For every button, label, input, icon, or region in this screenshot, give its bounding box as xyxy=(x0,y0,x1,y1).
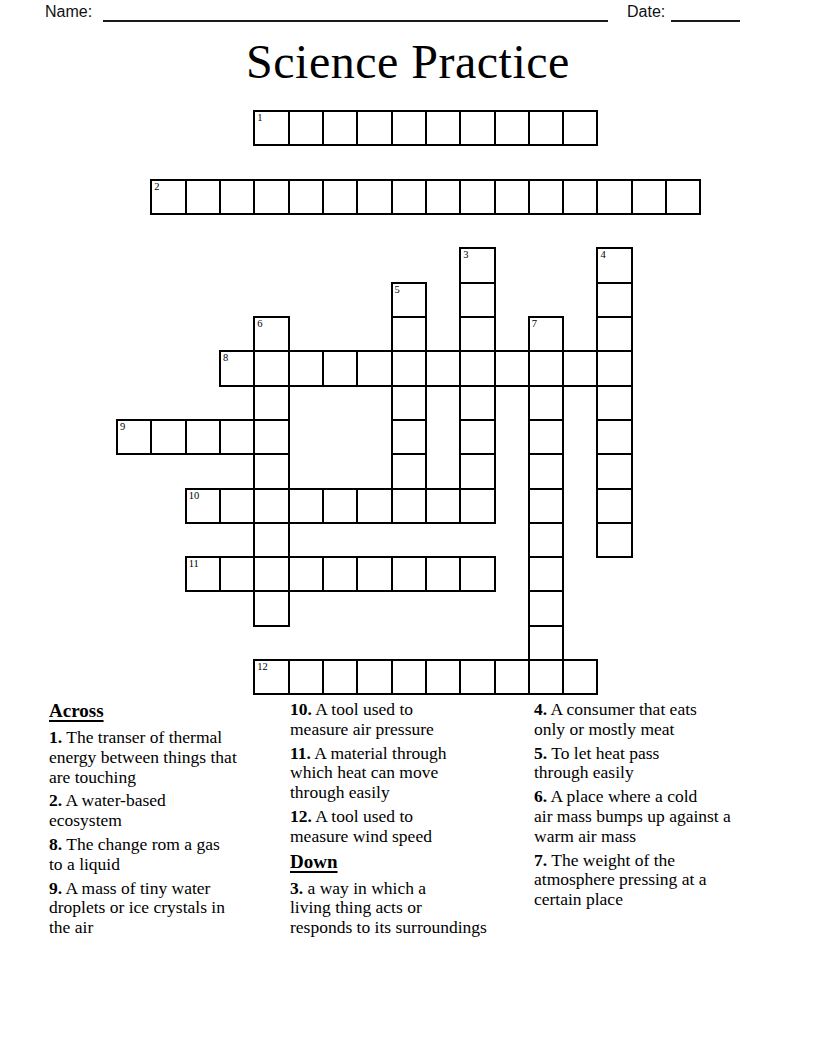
grid-cell[interactable] xyxy=(391,350,427,386)
clue-number-label: 1 xyxy=(257,112,262,123)
grid-cell[interactable] xyxy=(391,179,427,215)
grid-cell[interactable] xyxy=(528,453,564,489)
grid-cell[interactable] xyxy=(425,179,461,215)
grid-cell[interactable] xyxy=(219,179,255,215)
grid-cell[interactable] xyxy=(459,419,495,455)
grid-cell[interactable]: 9 xyxy=(116,419,152,455)
grid-cell[interactable] xyxy=(356,488,392,524)
grid-cell[interactable] xyxy=(459,179,495,215)
grid-cell[interactable] xyxy=(288,350,324,386)
clue-number: 2. xyxy=(49,790,62,810)
grid-cell[interactable] xyxy=(356,110,392,146)
clue-text: A consumer that eats only or mostly meat xyxy=(534,699,697,739)
clues-column-3: 4. A consumer that eats only or mostly m… xyxy=(534,700,789,914)
grid-cell[interactable] xyxy=(253,556,289,592)
clue-item-down-4: 4. A consumer that eats only or mostly m… xyxy=(534,700,789,740)
grid-cell[interactable] xyxy=(391,385,427,421)
grid-cell[interactable] xyxy=(185,179,221,215)
grid-cell[interactable] xyxy=(528,110,564,146)
grid-cell[interactable] xyxy=(288,556,324,592)
grid-cell[interactable] xyxy=(459,453,495,489)
clue-text: A tool used to measure air pressure xyxy=(290,699,434,739)
clue-number-label: 7 xyxy=(532,318,537,329)
clue-number-label: 3 xyxy=(463,249,468,260)
clue-item-down-5: 5. To let heat pass through easily xyxy=(534,744,789,784)
grid-cell[interactable] xyxy=(253,522,289,558)
grid-cell[interactable] xyxy=(528,556,564,592)
clues-column-1: Across 1. The transer of thermal energy … xyxy=(49,700,299,942)
grid-cell[interactable] xyxy=(562,110,598,146)
crossword-grid: 123456789101112 xyxy=(116,110,700,694)
clue-number: 3. xyxy=(290,878,303,898)
grid-cell[interactable] xyxy=(425,659,461,695)
grid-cell[interactable] xyxy=(528,590,564,626)
clue-text: The change rom a gas to a liquid xyxy=(49,834,220,874)
grid-cell[interactable] xyxy=(665,179,701,215)
grid-cell[interactable] xyxy=(185,419,221,455)
grid-cell[interactable] xyxy=(150,419,186,455)
grid-cell[interactable] xyxy=(494,350,530,386)
grid-cell[interactable] xyxy=(459,350,495,386)
name-label: Name: xyxy=(45,3,92,21)
grid-cell[interactable] xyxy=(391,419,427,455)
grid-cell[interactable] xyxy=(288,488,324,524)
grid-cell[interactable] xyxy=(253,453,289,489)
clue-text: A water-based ecosystem xyxy=(49,790,166,830)
clue-item-across-11: 11. A material through which heat can mo… xyxy=(290,744,542,803)
clue-number-label: 11 xyxy=(189,558,199,569)
grid-cell[interactable]: 5 xyxy=(391,282,427,318)
grid-cell[interactable] xyxy=(459,659,495,695)
grid-cell[interactable]: 1 xyxy=(253,110,289,146)
grid-cell[interactable] xyxy=(528,350,564,386)
grid-cell[interactable] xyxy=(288,110,324,146)
clue-number-label: 2 xyxy=(154,181,159,192)
clue-text: The transer of thermal energy between th… xyxy=(49,727,237,787)
grid-cell[interactable] xyxy=(425,110,461,146)
grid-cell[interactable] xyxy=(288,659,324,695)
grid-cell[interactable]: 11 xyxy=(185,556,221,592)
date-label: Date: xyxy=(627,3,665,21)
across-heading: Across xyxy=(49,700,299,722)
clue-number-label: 5 xyxy=(395,284,400,295)
grid-cell[interactable] xyxy=(219,488,255,524)
clue-number-label: 6 xyxy=(257,318,262,329)
grid-cell[interactable] xyxy=(596,350,632,386)
grid-cell[interactable] xyxy=(391,556,427,592)
grid-cell[interactable] xyxy=(219,419,255,455)
grid-cell[interactable] xyxy=(288,179,324,215)
grid-cell[interactable] xyxy=(494,110,530,146)
worksheet-page: Name: Date: Science Practice 12345678910… xyxy=(0,0,816,1056)
grid-cell[interactable]: 10 xyxy=(185,488,221,524)
grid-cell[interactable]: 4 xyxy=(596,247,632,283)
grid-cell[interactable] xyxy=(528,488,564,524)
clue-item-across-10: 10. A tool used to measure air pressure xyxy=(290,700,542,740)
date-input-line[interactable] xyxy=(671,2,740,22)
clue-number-label: 12 xyxy=(257,661,268,672)
grid-cell[interactable] xyxy=(253,419,289,455)
grid-cell[interactable] xyxy=(356,659,392,695)
grid-cell[interactable] xyxy=(322,488,358,524)
grid-cell[interactable] xyxy=(459,385,495,421)
clue-number-label: 10 xyxy=(189,490,200,501)
grid-cell[interactable]: 6 xyxy=(253,316,289,352)
clue-number-label: 9 xyxy=(120,421,125,432)
grid-cell[interactable] xyxy=(528,385,564,421)
clue-text: A tool used to measure wind speed xyxy=(290,806,432,846)
grid-cell[interactable] xyxy=(322,659,358,695)
grid-cell[interactable] xyxy=(425,556,461,592)
clue-number: 10. xyxy=(290,699,312,719)
grid-cell[interactable] xyxy=(562,179,598,215)
grid-cell[interactable]: 12 xyxy=(253,659,289,695)
grid-cell[interactable] xyxy=(391,110,427,146)
grid-cell[interactable]: 3 xyxy=(459,247,495,283)
grid-cell[interactable] xyxy=(253,488,289,524)
grid-cell[interactable] xyxy=(322,556,358,592)
page-title: Science Practice xyxy=(0,34,816,89)
clue-number: 7. xyxy=(534,850,547,870)
grid-cell[interactable] xyxy=(631,179,667,215)
clue-number: 9. xyxy=(49,878,62,898)
clue-item-across-2: 2. A water-based ecosystem xyxy=(49,791,299,831)
clue-item-down-7: 7. The weight of the atmosphere pressing… xyxy=(534,851,789,910)
clue-number: 12. xyxy=(290,806,312,826)
grid-cell[interactable] xyxy=(253,350,289,386)
grid-cell[interactable] xyxy=(494,179,530,215)
clue-text: a way in which a living thing acts or re… xyxy=(290,878,487,938)
grid-cell[interactable] xyxy=(356,179,392,215)
clue-number: 1. xyxy=(49,727,62,747)
grid-cell[interactable] xyxy=(391,659,427,695)
grid-cell[interactable] xyxy=(391,453,427,489)
grid-cell[interactable]: 8 xyxy=(219,350,255,386)
clue-text: A place where a cold air mass bumps up a… xyxy=(534,786,731,846)
grid-cell[interactable] xyxy=(391,488,427,524)
clue-number: 4. xyxy=(534,699,547,719)
clue-item-down-6: 6. A place where a cold air mass bumps u… xyxy=(534,787,789,846)
grid-cell[interactable] xyxy=(562,659,598,695)
grid-cell[interactable] xyxy=(562,350,598,386)
grid-cell[interactable] xyxy=(596,453,632,489)
grid-cell[interactable] xyxy=(219,556,255,592)
clue-item-across-9: 9. A mass of tiny water droplets or ice … xyxy=(49,879,299,938)
clue-number-label: 8 xyxy=(223,352,228,363)
grid-cell[interactable] xyxy=(322,179,358,215)
grid-cell[interactable] xyxy=(322,350,358,386)
down-heading: Down xyxy=(290,851,542,873)
grid-cell[interactable] xyxy=(528,625,564,661)
grid-cell[interactable] xyxy=(459,488,495,524)
grid-cell[interactable]: 7 xyxy=(528,316,564,352)
grid-cell[interactable] xyxy=(253,179,289,215)
name-input-line[interactable] xyxy=(103,2,608,22)
grid-cell[interactable] xyxy=(596,179,632,215)
clue-item-across-12: 12. A tool used to measure wind speed xyxy=(290,807,542,847)
clue-text: To let heat pass through easily xyxy=(534,743,659,783)
grid-cell[interactable] xyxy=(596,419,632,455)
grid-cell[interactable] xyxy=(459,316,495,352)
clue-number: 8. xyxy=(49,834,62,854)
grid-cell[interactable] xyxy=(528,179,564,215)
grid-cell[interactable] xyxy=(596,385,632,421)
clue-text: A material through which heat can move t… xyxy=(290,743,447,803)
clue-number: 5. xyxy=(534,743,547,763)
clue-text: The weight of the atmosphere pressing at… xyxy=(534,850,707,910)
grid-cell[interactable] xyxy=(425,488,461,524)
grid-cell[interactable] xyxy=(596,316,632,352)
clue-number-label: 4 xyxy=(600,249,605,260)
grid-cell[interactable] xyxy=(391,316,427,352)
grid-cell[interactable] xyxy=(356,556,392,592)
grid-cell[interactable] xyxy=(459,110,495,146)
grid-cell[interactable] xyxy=(596,282,632,318)
grid-cell[interactable] xyxy=(253,385,289,421)
grid-cell[interactable] xyxy=(528,522,564,558)
clue-item-across-8: 8. The change rom a gas to a liquid xyxy=(49,835,299,875)
grid-cell[interactable] xyxy=(596,488,632,524)
clues-column-2: 10. A tool used to measure air pressure … xyxy=(290,700,542,942)
grid-cell[interactable] xyxy=(356,350,392,386)
clue-item-across-1: 1. The transer of thermal energy between… xyxy=(49,728,299,787)
grid-cell[interactable] xyxy=(322,110,358,146)
grid-cell[interactable] xyxy=(528,419,564,455)
grid-cell[interactable] xyxy=(528,659,564,695)
grid-cell[interactable] xyxy=(425,350,461,386)
clue-number: 6. xyxy=(534,786,547,806)
grid-cell[interactable] xyxy=(459,556,495,592)
clue-text: A mass of tiny water droplets or ice cry… xyxy=(49,878,225,938)
grid-cell[interactable] xyxy=(459,282,495,318)
grid-cell[interactable] xyxy=(253,590,289,626)
grid-cell[interactable] xyxy=(596,522,632,558)
clue-item-down-3: 3. a way in which a living thing acts or… xyxy=(290,879,542,938)
grid-cell[interactable] xyxy=(494,659,530,695)
grid-cell[interactable]: 2 xyxy=(150,179,186,215)
clue-number: 11. xyxy=(290,743,311,763)
